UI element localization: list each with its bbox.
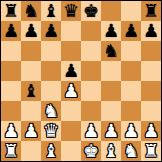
- square-f3[interactable]: [101, 101, 121, 121]
- square-c5[interactable]: [41, 61, 61, 81]
- square-e6[interactable]: [81, 41, 101, 61]
- piece-white-rook-h1[interactable]: ♜: [143, 141, 159, 161]
- square-b8[interactable]: ♞: [21, 1, 41, 21]
- square-d8[interactable]: ♛: [61, 1, 81, 21]
- square-b7[interactable]: ♟: [21, 21, 41, 41]
- piece-white-pawn-b2[interactable]: ♟: [23, 121, 39, 141]
- square-a6[interactable]: [1, 41, 21, 61]
- square-d2[interactable]: [61, 121, 81, 141]
- square-e1[interactable]: ♚: [81, 141, 101, 161]
- piece-white-pawn-h2[interactable]: ♟: [143, 121, 159, 141]
- square-f5[interactable]: [101, 61, 121, 81]
- square-b2[interactable]: ♟: [21, 121, 41, 141]
- square-h4[interactable]: [141, 81, 161, 101]
- square-g6[interactable]: [121, 41, 141, 61]
- square-g2[interactable]: ♟: [121, 121, 141, 141]
- piece-black-bishop-b4[interactable]: ♝: [23, 81, 39, 101]
- piece-white-knight-c3[interactable]: ♞: [43, 101, 59, 121]
- piece-black-rook-h8[interactable]: ♜: [143, 1, 159, 21]
- piece-white-king-e1[interactable]: ♚: [83, 141, 99, 161]
- square-h1[interactable]: ♜: [141, 141, 161, 161]
- square-h3[interactable]: [141, 101, 161, 121]
- piece-white-pawn-a2[interactable]: ♟: [3, 121, 19, 141]
- piece-white-pawn-d4[interactable]: ♟: [63, 81, 79, 101]
- chess-board: ♜♞♝♛♚♜♟♟♟♟♟♟♞♟♝♟♞♟♟♛♟♟♟♟♜♝♚♝♞♜: [0, 0, 162, 162]
- square-f4[interactable]: [101, 81, 121, 101]
- piece-black-pawn-d5[interactable]: ♟: [63, 61, 79, 81]
- square-h5[interactable]: [141, 61, 161, 81]
- piece-white-bishop-f1[interactable]: ♝: [103, 141, 119, 161]
- piece-black-queen-d8[interactable]: ♛: [63, 1, 79, 21]
- piece-black-pawn-g7[interactable]: ♟: [123, 21, 139, 41]
- piece-white-rook-a1[interactable]: ♜: [3, 141, 19, 161]
- square-a5[interactable]: [1, 61, 21, 81]
- square-d6[interactable]: [61, 41, 81, 61]
- square-c3[interactable]: ♞: [41, 101, 61, 121]
- square-g3[interactable]: [121, 101, 141, 121]
- square-f2[interactable]: ♟: [101, 121, 121, 141]
- square-e5[interactable]: [81, 61, 101, 81]
- piece-black-pawn-a7[interactable]: ♟: [3, 21, 19, 41]
- piece-white-pawn-e2[interactable]: ♟: [83, 121, 99, 141]
- square-g8[interactable]: [121, 1, 141, 21]
- piece-white-pawn-f2[interactable]: ♟: [103, 121, 119, 141]
- square-e8[interactable]: ♚: [81, 1, 101, 21]
- square-e4[interactable]: [81, 81, 101, 101]
- square-b3[interactable]: [21, 101, 41, 121]
- square-f7[interactable]: ♟: [101, 21, 121, 41]
- piece-black-knight-b8[interactable]: ♞: [23, 1, 39, 21]
- square-h7[interactable]: ♟: [141, 21, 161, 41]
- square-h2[interactable]: ♟: [141, 121, 161, 141]
- square-c8[interactable]: ♝: [41, 1, 61, 21]
- square-c4[interactable]: [41, 81, 61, 101]
- square-a1[interactable]: ♜: [1, 141, 21, 161]
- square-c7[interactable]: ♟: [41, 21, 61, 41]
- piece-white-queen-c2[interactable]: ♛: [43, 121, 59, 141]
- square-g5[interactable]: [121, 61, 141, 81]
- square-f1[interactable]: ♝: [101, 141, 121, 161]
- piece-white-bishop-c1[interactable]: ♝: [43, 141, 59, 161]
- square-e2[interactable]: ♟: [81, 121, 101, 141]
- square-e3[interactable]: [81, 101, 101, 121]
- square-a8[interactable]: ♜: [1, 1, 21, 21]
- piece-black-bishop-c8[interactable]: ♝: [43, 1, 59, 21]
- square-d5[interactable]: ♟: [61, 61, 81, 81]
- square-f8[interactable]: [101, 1, 121, 21]
- square-d7[interactable]: [61, 21, 81, 41]
- square-g4[interactable]: [121, 81, 141, 101]
- piece-black-knight-f6[interactable]: ♞: [103, 41, 119, 61]
- piece-black-king-e8[interactable]: ♚: [83, 1, 99, 21]
- square-a3[interactable]: [1, 101, 21, 121]
- square-f6[interactable]: ♞: [101, 41, 121, 61]
- piece-black-rook-a8[interactable]: ♜: [3, 1, 19, 21]
- piece-black-pawn-f7[interactable]: ♟: [103, 21, 119, 41]
- piece-white-pawn-g2[interactable]: ♟: [123, 121, 139, 141]
- square-a7[interactable]: ♟: [1, 21, 21, 41]
- square-b5[interactable]: [21, 61, 41, 81]
- square-a4[interactable]: [1, 81, 21, 101]
- square-g1[interactable]: ♞: [121, 141, 141, 161]
- square-h8[interactable]: ♜: [141, 1, 161, 21]
- square-d3[interactable]: [61, 101, 81, 121]
- piece-black-pawn-h7[interactable]: ♟: [143, 21, 159, 41]
- square-c6[interactable]: [41, 41, 61, 61]
- square-c1[interactable]: ♝: [41, 141, 61, 161]
- piece-black-pawn-b7[interactable]: ♟: [23, 21, 39, 41]
- piece-white-knight-g1[interactable]: ♞: [123, 141, 139, 161]
- square-e7[interactable]: [81, 21, 101, 41]
- square-b6[interactable]: [21, 41, 41, 61]
- square-d4[interactable]: ♟: [61, 81, 81, 101]
- square-a2[interactable]: ♟: [1, 121, 21, 141]
- piece-black-pawn-c7[interactable]: ♟: [43, 21, 59, 41]
- square-h6[interactable]: [141, 41, 161, 61]
- square-c2[interactable]: ♛: [41, 121, 61, 141]
- square-d1[interactable]: [61, 141, 81, 161]
- square-g7[interactable]: ♟: [121, 21, 141, 41]
- square-b1[interactable]: [21, 141, 41, 161]
- square-b4[interactable]: ♝: [21, 81, 41, 101]
